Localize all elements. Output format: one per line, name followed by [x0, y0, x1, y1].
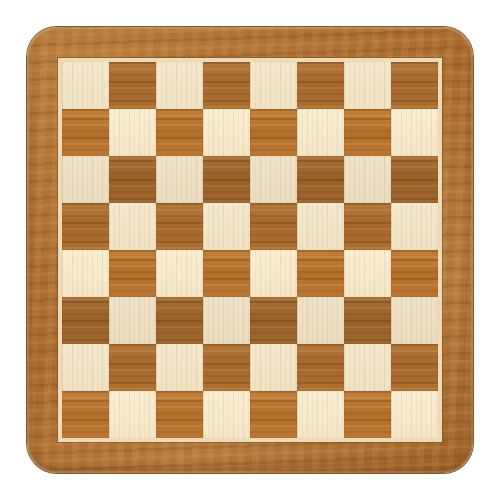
square-a6[interactable]: [62, 156, 109, 203]
square-c6[interactable]: [156, 156, 203, 203]
square-d8[interactable]: [203, 62, 250, 109]
square-h4[interactable]: [391, 250, 438, 297]
square-b5[interactable]: [109, 203, 156, 250]
square-h6[interactable]: [391, 156, 438, 203]
chess-board: [27, 27, 473, 473]
square-d4[interactable]: [203, 250, 250, 297]
square-f5[interactable]: [297, 203, 344, 250]
square-d5[interactable]: [203, 203, 250, 250]
square-b8[interactable]: [109, 62, 156, 109]
square-e2[interactable]: [250, 344, 297, 391]
square-c2[interactable]: [156, 344, 203, 391]
square-b3[interactable]: [109, 297, 156, 344]
square-a3[interactable]: [62, 297, 109, 344]
square-h7[interactable]: [391, 109, 438, 156]
square-b2[interactable]: [109, 344, 156, 391]
square-a5[interactable]: [62, 203, 109, 250]
square-d6[interactable]: [203, 156, 250, 203]
square-c1[interactable]: [156, 391, 203, 438]
square-a4[interactable]: [62, 250, 109, 297]
square-g3[interactable]: [344, 297, 391, 344]
square-g8[interactable]: [344, 62, 391, 109]
square-h5[interactable]: [391, 203, 438, 250]
square-a2[interactable]: [62, 344, 109, 391]
square-a8[interactable]: [62, 62, 109, 109]
square-e3[interactable]: [250, 297, 297, 344]
square-f2[interactable]: [297, 344, 344, 391]
square-c5[interactable]: [156, 203, 203, 250]
square-g2[interactable]: [344, 344, 391, 391]
square-f3[interactable]: [297, 297, 344, 344]
square-c3[interactable]: [156, 297, 203, 344]
square-g7[interactable]: [344, 109, 391, 156]
square-e4[interactable]: [250, 250, 297, 297]
square-a7[interactable]: [62, 109, 109, 156]
square-d1[interactable]: [203, 391, 250, 438]
square-b7[interactable]: [109, 109, 156, 156]
square-g5[interactable]: [344, 203, 391, 250]
square-f7[interactable]: [297, 109, 344, 156]
square-h8[interactable]: [391, 62, 438, 109]
square-f1[interactable]: [297, 391, 344, 438]
square-d7[interactable]: [203, 109, 250, 156]
square-e7[interactable]: [250, 109, 297, 156]
square-g4[interactable]: [344, 250, 391, 297]
square-b6[interactable]: [109, 156, 156, 203]
square-h1[interactable]: [391, 391, 438, 438]
square-c4[interactable]: [156, 250, 203, 297]
square-c7[interactable]: [156, 109, 203, 156]
square-g6[interactable]: [344, 156, 391, 203]
square-d3[interactable]: [203, 297, 250, 344]
square-f8[interactable]: [297, 62, 344, 109]
square-d2[interactable]: [203, 344, 250, 391]
square-b1[interactable]: [109, 391, 156, 438]
photo-background: [0, 0, 500, 500]
square-c8[interactable]: [156, 62, 203, 109]
square-h3[interactable]: [391, 297, 438, 344]
square-e5[interactable]: [250, 203, 297, 250]
square-b4[interactable]: [109, 250, 156, 297]
square-f4[interactable]: [297, 250, 344, 297]
board-grid: [62, 62, 438, 438]
square-e6[interactable]: [250, 156, 297, 203]
inlay-border: [58, 58, 442, 442]
square-h2[interactable]: [391, 344, 438, 391]
square-f6[interactable]: [297, 156, 344, 203]
square-a1[interactable]: [62, 391, 109, 438]
square-e1[interactable]: [250, 391, 297, 438]
square-g1[interactable]: [344, 391, 391, 438]
square-e8[interactable]: [250, 62, 297, 109]
